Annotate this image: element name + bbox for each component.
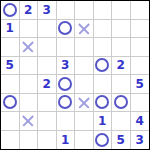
cell-r8c2[interactable] — [20, 131, 39, 150]
clue-number: 2 — [43, 78, 51, 90]
clue-number: 2 — [117, 59, 125, 71]
cell-r7c3[interactable] — [38, 112, 57, 131]
cell-r3c4[interactable] — [57, 38, 76, 57]
circle-mark — [3, 95, 17, 109]
circle-mark — [58, 77, 72, 91]
cell-r5c5[interactable] — [75, 75, 94, 94]
cell-r7c2[interactable] — [20, 112, 39, 131]
circle-mark — [95, 133, 109, 147]
cell-r8c1[interactable] — [1, 131, 20, 150]
cell-r1c3: 3 — [38, 1, 57, 20]
cell-r3c6[interactable] — [94, 38, 113, 57]
cell-r2c4[interactable] — [57, 20, 76, 39]
cell-r6c1[interactable] — [1, 94, 20, 113]
cell-r3c8[interactable] — [131, 38, 150, 57]
cell-r2c5[interactable] — [75, 20, 94, 39]
cell-r4c4: 3 — [57, 57, 76, 76]
clue-number: 2 — [24, 4, 32, 16]
cell-r5c8: 5 — [131, 75, 150, 94]
cell-r6c5[interactable] — [75, 94, 94, 113]
cell-r6c7[interactable] — [112, 94, 131, 113]
cell-r8c6[interactable] — [94, 131, 113, 150]
cell-r8c7: 5 — [112, 131, 131, 150]
cell-r1c8[interactable] — [131, 1, 150, 20]
cell-r8c5[interactable] — [75, 131, 94, 150]
cross-mark — [22, 41, 34, 53]
circle-mark — [58, 21, 72, 35]
clue-number: 4 — [136, 115, 144, 127]
cell-r4c1: 5 — [1, 57, 20, 76]
cell-r4c2[interactable] — [20, 57, 39, 76]
cell-r4c7: 2 — [112, 57, 131, 76]
cell-r4c3[interactable] — [38, 57, 57, 76]
circle-mark — [58, 95, 72, 109]
cell-r4c8[interactable] — [131, 57, 150, 76]
clue-number: 5 — [136, 78, 144, 90]
cell-r3c5[interactable] — [75, 38, 94, 57]
cell-r7c4[interactable] — [57, 112, 76, 131]
clue-number: 1 — [61, 134, 69, 146]
cell-r5c6[interactable] — [94, 75, 113, 94]
cell-r1c5[interactable] — [75, 1, 94, 20]
cross-mark — [22, 115, 34, 127]
circle-mark — [95, 58, 109, 72]
cross-mark — [78, 96, 90, 108]
cell-r4c5[interactable] — [75, 57, 94, 76]
cell-r5c7[interactable] — [112, 75, 131, 94]
cell-r2c6[interactable] — [94, 20, 113, 39]
cell-r7c5[interactable] — [75, 112, 94, 131]
circle-mark — [3, 3, 17, 17]
clue-number: 3 — [61, 59, 69, 71]
cross-mark — [78, 22, 90, 34]
cell-r3c3[interactable] — [38, 38, 57, 57]
cell-r2c8[interactable] — [131, 20, 150, 39]
cell-r1c6[interactable] — [94, 1, 113, 20]
puzzle-board: 2315322514153 — [0, 0, 150, 150]
cell-r7c8: 4 — [131, 112, 150, 131]
cell-r1c7[interactable] — [112, 1, 131, 20]
cell-r6c6[interactable] — [94, 94, 113, 113]
cell-r2c7[interactable] — [112, 20, 131, 39]
cell-r3c7[interactable] — [112, 38, 131, 57]
cell-r6c2[interactable] — [20, 94, 39, 113]
clue-number: 1 — [98, 115, 106, 127]
cell-r2c1: 1 — [1, 20, 20, 39]
cell-r8c3[interactable] — [38, 131, 57, 150]
cell-r5c4[interactable] — [57, 75, 76, 94]
circle-mark — [95, 95, 109, 109]
cell-r7c6: 1 — [94, 112, 113, 131]
cell-r1c2: 2 — [20, 1, 39, 20]
cell-r6c3[interactable] — [38, 94, 57, 113]
cell-r2c2[interactable] — [20, 20, 39, 39]
clue-number: 3 — [43, 4, 51, 16]
cell-r8c8: 3 — [131, 131, 150, 150]
cell-r4c6[interactable] — [94, 57, 113, 76]
cell-r3c2[interactable] — [20, 38, 39, 57]
clue-number: 5 — [117, 134, 125, 146]
circle-mark — [114, 95, 128, 109]
cell-r2c3[interactable] — [38, 20, 57, 39]
cell-r5c2[interactable] — [20, 75, 39, 94]
cell-r7c1[interactable] — [1, 112, 20, 131]
cell-r3c1[interactable] — [1, 38, 20, 57]
cell-r5c3: 2 — [38, 75, 57, 94]
cell-r6c8[interactable] — [131, 94, 150, 113]
cell-r5c1[interactable] — [1, 75, 20, 94]
clue-number: 5 — [6, 59, 14, 71]
cell-r6c4[interactable] — [57, 94, 76, 113]
cell-r1c1[interactable] — [1, 1, 20, 20]
cell-r8c4: 1 — [57, 131, 76, 150]
cell-r1c4[interactable] — [57, 1, 76, 20]
clue-number: 1 — [6, 22, 14, 34]
clue-number: 3 — [136, 134, 144, 146]
cell-r7c7[interactable] — [112, 112, 131, 131]
